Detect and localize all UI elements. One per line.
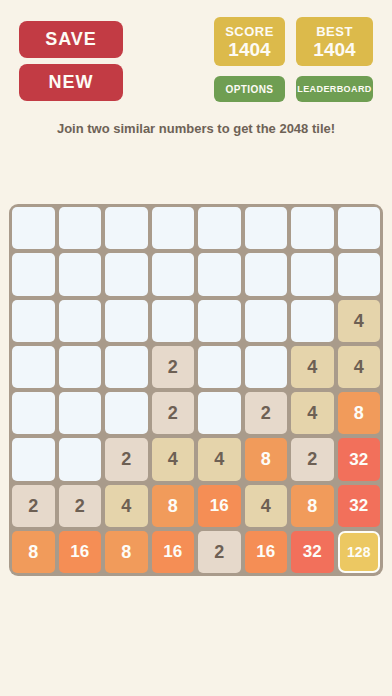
score-value: 1404 — [228, 39, 270, 60]
empty-cell — [198, 346, 241, 388]
empty-cell — [198, 300, 241, 342]
empty-cell — [105, 300, 148, 342]
tile-4: 4 — [105, 485, 148, 527]
empty-cell — [12, 346, 55, 388]
empty-cell — [245, 253, 288, 295]
tile-32: 32 — [338, 438, 381, 480]
hint-text: Join two similar numbers to get the 2048… — [0, 121, 392, 136]
tile-128: 128 — [338, 531, 381, 573]
new-button[interactable]: NEW — [19, 64, 123, 101]
tile-4: 4 — [338, 300, 381, 342]
best-label: BEST — [316, 24, 353, 39]
empty-cell — [105, 207, 148, 249]
empty-cell — [12, 253, 55, 295]
save-button[interactable]: SAVE — [19, 21, 123, 58]
best-box: BEST 1404 — [296, 17, 373, 66]
leaderboard-button[interactable]: LEADERBOARD — [296, 76, 373, 102]
tile-32: 32 — [338, 485, 381, 527]
tile-2: 2 — [12, 485, 55, 527]
options-button[interactable]: OPTIONS — [214, 76, 285, 102]
tile-2: 2 — [245, 392, 288, 434]
tile-4: 4 — [291, 346, 334, 388]
tile-4: 4 — [198, 438, 241, 480]
empty-cell — [152, 300, 195, 342]
tile-2: 2 — [291, 438, 334, 480]
game-board[interactable]: 424422482448232224816483281681621632128 — [9, 204, 383, 576]
tile-8: 8 — [152, 485, 195, 527]
empty-cell — [198, 392, 241, 434]
empty-cell — [245, 346, 288, 388]
tile-32: 32 — [291, 531, 334, 573]
tile-16: 16 — [245, 531, 288, 573]
empty-cell — [59, 438, 102, 480]
tile-8: 8 — [338, 392, 381, 434]
tile-2: 2 — [152, 392, 195, 434]
app-screen: SAVE NEW SCORE 1404 BEST 1404 OPTIONS LE… — [0, 0, 392, 696]
empty-cell — [59, 300, 102, 342]
empty-cell — [198, 253, 241, 295]
tile-8: 8 — [291, 485, 334, 527]
empty-cell — [291, 253, 334, 295]
tile-8: 8 — [105, 531, 148, 573]
tile-4: 4 — [291, 392, 334, 434]
empty-cell — [59, 346, 102, 388]
empty-cell — [152, 207, 195, 249]
empty-cell — [12, 300, 55, 342]
empty-cell — [291, 300, 334, 342]
empty-cell — [152, 253, 195, 295]
tile-2: 2 — [152, 346, 195, 388]
best-value: 1404 — [313, 39, 355, 60]
empty-cell — [245, 207, 288, 249]
empty-cell — [105, 392, 148, 434]
empty-cell — [59, 392, 102, 434]
score-box: SCORE 1404 — [214, 17, 285, 66]
empty-cell — [291, 207, 334, 249]
tile-8: 8 — [245, 438, 288, 480]
empty-cell — [105, 346, 148, 388]
tile-2: 2 — [59, 485, 102, 527]
empty-cell — [12, 207, 55, 249]
tile-2: 2 — [198, 531, 241, 573]
empty-cell — [59, 253, 102, 295]
empty-cell — [245, 300, 288, 342]
empty-cell — [198, 207, 241, 249]
tile-2: 2 — [105, 438, 148, 480]
tile-8: 8 — [12, 531, 55, 573]
tile-16: 16 — [59, 531, 102, 573]
empty-cell — [12, 392, 55, 434]
tile-4: 4 — [245, 485, 288, 527]
tile-4: 4 — [152, 438, 195, 480]
empty-cell — [338, 253, 381, 295]
tile-16: 16 — [152, 531, 195, 573]
tile-4: 4 — [338, 346, 381, 388]
tile-16: 16 — [198, 485, 241, 527]
empty-cell — [105, 253, 148, 295]
empty-cell — [338, 207, 381, 249]
score-label: SCORE — [225, 24, 274, 39]
empty-cell — [59, 207, 102, 249]
empty-cell — [12, 438, 55, 480]
